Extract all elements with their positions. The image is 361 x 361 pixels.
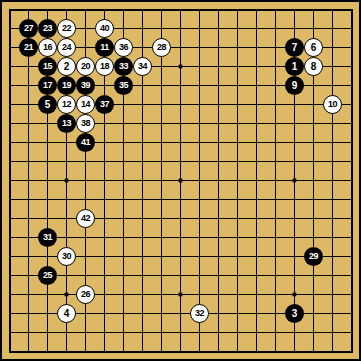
stone-black-13: 13 bbox=[57, 114, 76, 133]
stone-white-6: 6 bbox=[304, 38, 323, 57]
stone-white-36: 36 bbox=[114, 38, 133, 57]
stone-black-31: 31 bbox=[38, 228, 57, 247]
stone-black-19: 19 bbox=[57, 76, 76, 95]
stone-white-4: 4 bbox=[57, 304, 76, 323]
stone-white-2: 2 bbox=[57, 57, 76, 76]
stone-black-33: 33 bbox=[114, 57, 133, 76]
stone-white-12: 12 bbox=[57, 95, 76, 114]
stone-black-29: 29 bbox=[304, 247, 323, 266]
stone-white-28: 28 bbox=[152, 38, 171, 57]
stone-white-32: 32 bbox=[190, 304, 209, 323]
stone-black-25: 25 bbox=[38, 266, 57, 285]
stone-white-34: 34 bbox=[133, 57, 152, 76]
stone-white-26: 26 bbox=[76, 285, 95, 304]
stone-white-20: 20 bbox=[76, 57, 95, 76]
stone-black-1: 1 bbox=[285, 57, 304, 76]
stone-white-24: 24 bbox=[57, 38, 76, 57]
stone-white-38: 38 bbox=[76, 114, 95, 133]
stone-white-16: 16 bbox=[38, 38, 57, 57]
stone-black-3: 3 bbox=[285, 304, 304, 323]
go-board: 1234567891011121314151617181920212223242… bbox=[0, 0, 361, 361]
stones-layer: 1234567891011121314151617181920212223242… bbox=[0, 0, 361, 361]
stone-black-27: 27 bbox=[19, 19, 38, 38]
stone-black-41: 41 bbox=[76, 133, 95, 152]
stone-black-9: 9 bbox=[285, 76, 304, 95]
stone-black-23: 23 bbox=[38, 19, 57, 38]
stone-white-18: 18 bbox=[95, 57, 114, 76]
stone-black-11: 11 bbox=[95, 38, 114, 57]
stone-white-8: 8 bbox=[304, 57, 323, 76]
stone-white-14: 14 bbox=[76, 95, 95, 114]
stone-white-42: 42 bbox=[76, 209, 95, 228]
stone-black-39: 39 bbox=[76, 76, 95, 95]
stone-black-17: 17 bbox=[38, 76, 57, 95]
stone-black-35: 35 bbox=[114, 76, 133, 95]
stone-white-10: 10 bbox=[323, 95, 342, 114]
stone-black-7: 7 bbox=[285, 38, 304, 57]
stone-black-15: 15 bbox=[38, 57, 57, 76]
stone-black-5: 5 bbox=[38, 95, 57, 114]
stone-white-22: 22 bbox=[57, 19, 76, 38]
stone-black-37: 37 bbox=[95, 95, 114, 114]
stone-black-21: 21 bbox=[19, 38, 38, 57]
stone-white-40: 40 bbox=[95, 19, 114, 38]
stone-white-30: 30 bbox=[57, 247, 76, 266]
